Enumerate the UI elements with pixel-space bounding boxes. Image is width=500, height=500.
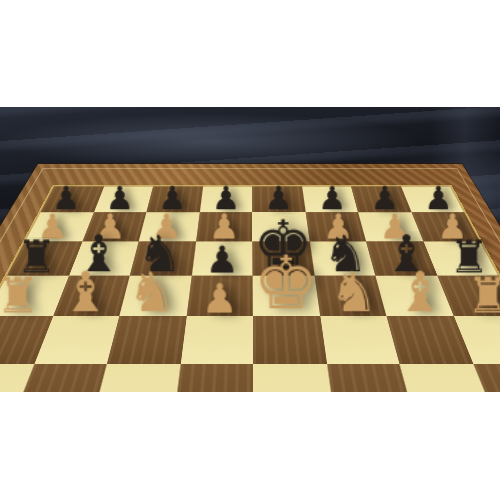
white-knight-piece[interactable]: ♞ xyxy=(128,268,177,318)
white-pawn-piece[interactable]: ♟ xyxy=(201,281,237,318)
chess-board: ♟♟♟♟♟♟♟♟♟♟♟♟♟♟♟♜♝♞♟♚♞♝♜♜♝♞♟♚♞♝♜ xyxy=(0,164,500,392)
square-e3[interactable] xyxy=(253,364,334,392)
square-c4[interactable] xyxy=(107,316,186,364)
square-b4[interactable] xyxy=(34,316,120,364)
white-bishop-piece[interactable]: ♝ xyxy=(61,268,110,318)
square-d5[interactable]: ♟ xyxy=(186,276,253,316)
square-e4[interactable] xyxy=(253,316,326,364)
square-g5[interactable]: ♝ xyxy=(375,276,453,316)
square-f4[interactable] xyxy=(320,316,400,364)
chess-photo: ♟♟♟♟♟♟♟♟♟♟♟♟♟♟♟♜♝♞♟♚♞♝♜♜♝♞♟♚♞♝♜ xyxy=(0,107,500,392)
board-scene: ♟♟♟♟♟♟♟♟♟♟♟♟♟♟♟♜♝♞♟♚♞♝♜♜♝♞♟♚♞♝♜ xyxy=(0,107,500,392)
square-b5[interactable]: ♝ xyxy=(53,276,130,316)
square-d6[interactable]: ♟ xyxy=(191,242,252,276)
square-f5[interactable]: ♞ xyxy=(314,276,386,316)
white-king-piece[interactable]: ♚ xyxy=(253,251,319,319)
white-rook-piece[interactable]: ♜ xyxy=(466,273,500,318)
black-pawn-piece[interactable]: ♟ xyxy=(205,244,238,278)
white-knight-piece[interactable]: ♞ xyxy=(329,268,378,318)
square-c5[interactable]: ♞ xyxy=(119,276,191,316)
square-c3[interactable] xyxy=(92,364,180,392)
square-d4[interactable] xyxy=(180,316,253,364)
board-grid: ♟♟♟♟♟♟♟♟♟♟♟♟♟♟♟♜♝♞♟♚♞♝♜♜♝♞♟♚♞♝♜ xyxy=(0,185,500,392)
white-rook-piece[interactable]: ♜ xyxy=(0,273,40,318)
white-bishop-piece[interactable]: ♝ xyxy=(396,268,445,318)
square-g4[interactable] xyxy=(386,316,472,364)
square-d3[interactable] xyxy=(173,364,254,392)
square-e5[interactable]: ♚ xyxy=(253,276,320,316)
